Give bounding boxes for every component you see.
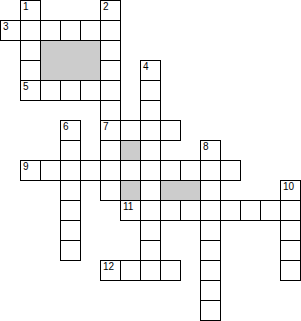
grid-cell[interactable] xyxy=(160,160,181,181)
grid-cell[interactable] xyxy=(20,160,41,181)
grid-cell[interactable] xyxy=(200,300,221,321)
grid-cell[interactable] xyxy=(60,80,81,101)
grid-cell[interactable] xyxy=(140,260,161,281)
grid-cell[interactable] xyxy=(140,180,161,201)
grid-cell[interactable] xyxy=(120,200,141,221)
grid-cell[interactable] xyxy=(100,80,121,101)
grid-cell[interactable] xyxy=(20,0,41,21)
blocked-region xyxy=(120,180,141,201)
grid-cell[interactable] xyxy=(100,60,121,81)
grid-cell[interactable] xyxy=(60,240,81,261)
grid-cell[interactable] xyxy=(200,260,221,281)
grid-cell[interactable] xyxy=(140,200,161,221)
grid-cell[interactable] xyxy=(140,220,161,241)
grid-cell[interactable] xyxy=(200,200,221,221)
grid-cell[interactable] xyxy=(20,20,41,41)
grid-cell[interactable] xyxy=(280,200,301,221)
grid-cell[interactable] xyxy=(140,160,161,181)
grid-cell[interactable] xyxy=(80,20,101,41)
grid-cell[interactable] xyxy=(60,120,81,141)
grid-cell[interactable] xyxy=(140,80,161,101)
grid-cell[interactable] xyxy=(100,160,121,181)
grid-cell[interactable] xyxy=(180,200,201,221)
grid-cell[interactable] xyxy=(60,140,81,161)
grid-cell[interactable] xyxy=(60,20,81,41)
grid-cell[interactable] xyxy=(280,180,301,201)
grid-cell[interactable] xyxy=(200,220,221,241)
grid-cell[interactable] xyxy=(100,260,121,281)
grid-cell[interactable] xyxy=(160,120,181,141)
grid-cell[interactable] xyxy=(140,100,161,121)
grid-cell[interactable] xyxy=(60,160,81,181)
grid-cell[interactable] xyxy=(40,160,61,181)
grid-cell[interactable] xyxy=(60,180,81,201)
grid-cell[interactable] xyxy=(40,80,61,101)
blocked-region xyxy=(160,180,201,201)
grid-cell[interactable] xyxy=(100,40,121,61)
grid-cell[interactable] xyxy=(240,200,261,221)
grid-cell[interactable] xyxy=(260,200,281,221)
grid-cell[interactable] xyxy=(20,80,41,101)
grid-cell[interactable] xyxy=(20,40,41,61)
grid-cell[interactable] xyxy=(120,120,141,141)
grid-cell[interactable] xyxy=(40,20,61,41)
grid-cell[interactable] xyxy=(100,180,121,201)
grid-cell[interactable] xyxy=(60,200,81,221)
grid-cell[interactable] xyxy=(200,160,221,181)
grid-cell[interactable] xyxy=(200,280,221,301)
grid-cell[interactable] xyxy=(160,260,181,281)
grid-cell[interactable] xyxy=(160,200,181,221)
grid-cell[interactable] xyxy=(220,160,241,181)
grid-cell[interactable] xyxy=(0,20,21,41)
grid-cell[interactable] xyxy=(120,160,141,181)
grid-cell[interactable] xyxy=(180,160,201,181)
grid-cell[interactable] xyxy=(80,80,101,101)
grid-cell[interactable] xyxy=(100,100,121,121)
grid-cell[interactable] xyxy=(120,260,141,281)
grid-cell[interactable] xyxy=(140,60,161,81)
grid-cell[interactable] xyxy=(200,240,221,261)
crossword-board: 123456789101112 xyxy=(0,0,301,321)
grid-cell[interactable] xyxy=(140,240,161,261)
grid-cell[interactable] xyxy=(20,60,41,81)
grid-cell[interactable] xyxy=(100,0,121,21)
grid-cell[interactable] xyxy=(280,240,301,261)
grid-cell[interactable] xyxy=(100,120,121,141)
blocked-region xyxy=(120,140,141,161)
grid-cell[interactable] xyxy=(200,140,221,161)
grid-cell[interactable] xyxy=(280,260,301,281)
grid-cell[interactable] xyxy=(80,160,101,181)
blocked-region xyxy=(40,40,101,81)
grid-cell[interactable] xyxy=(140,120,161,141)
grid-cell[interactable] xyxy=(220,200,241,221)
grid-cell[interactable] xyxy=(200,180,221,201)
grid-cell[interactable] xyxy=(280,220,301,241)
grid-cell[interactable] xyxy=(140,140,161,161)
grid-cell[interactable] xyxy=(100,20,121,41)
grid-cell[interactable] xyxy=(100,140,121,161)
grid-cell[interactable] xyxy=(60,220,81,241)
